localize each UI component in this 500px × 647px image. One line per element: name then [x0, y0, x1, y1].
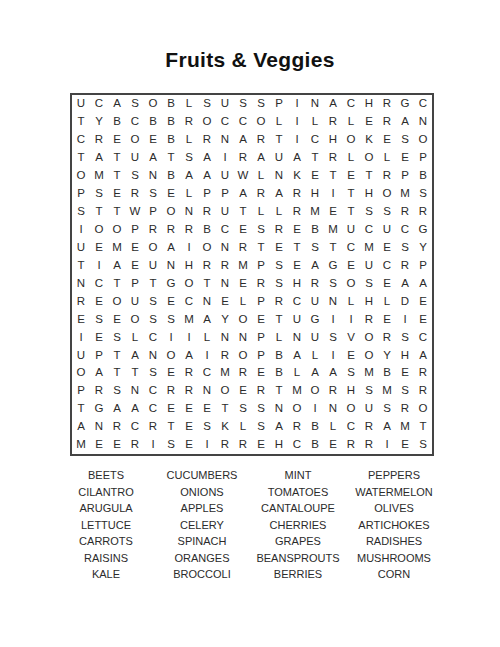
grid-cell[interactable]: L	[342, 292, 360, 310]
grid-cell[interactable]: S	[198, 418, 216, 436]
grid-cell[interactable]: T	[108, 167, 126, 185]
grid-cell[interactable]: N	[216, 239, 234, 257]
grid-cell[interactable]: L	[306, 113, 324, 131]
grid-cell[interactable]: D	[396, 292, 414, 310]
grid-cell[interactable]: A	[396, 113, 414, 131]
grid-cell[interactable]: Y	[414, 239, 432, 257]
grid-cell[interactable]: C	[126, 113, 144, 131]
grid-cell[interactable]: R	[180, 221, 198, 239]
grid-cell[interactable]: N	[216, 328, 234, 346]
grid-cell[interactable]: R	[198, 131, 216, 149]
grid-cell[interactable]: T	[198, 275, 216, 293]
grid-cell[interactable]: A	[324, 364, 342, 382]
grid-cell[interactable]: C	[198, 364, 216, 382]
grid-cell[interactable]: B	[162, 131, 180, 149]
grid-cell[interactable]: N	[414, 113, 432, 131]
grid-cell[interactable]: K	[288, 167, 306, 185]
grid-cell[interactable]: A	[234, 185, 252, 203]
grid-cell[interactable]: U	[72, 346, 90, 364]
grid-cell[interactable]: P	[414, 149, 432, 167]
grid-cell[interactable]: A	[324, 95, 342, 113]
grid-cell[interactable]: R	[396, 400, 414, 418]
grid-cell[interactable]: S	[414, 436, 432, 454]
grid-cell[interactable]: L	[378, 292, 396, 310]
grid-cell[interactable]: S	[72, 203, 90, 221]
grid-cell[interactable]: M	[180, 310, 198, 328]
grid-cell[interactable]: B	[306, 436, 324, 454]
grid-cell[interactable]: M	[306, 203, 324, 221]
grid-cell[interactable]: B	[306, 418, 324, 436]
grid-cell[interactable]: I	[198, 436, 216, 454]
grid-cell[interactable]: T	[216, 400, 234, 418]
grid-cell[interactable]: B	[270, 346, 288, 364]
grid-cell[interactable]: T	[72, 149, 90, 167]
grid-cell[interactable]: L	[126, 328, 144, 346]
grid-cell[interactable]: O	[360, 346, 378, 364]
grid-cell[interactable]: H	[288, 275, 306, 293]
grid-cell[interactable]: R	[288, 203, 306, 221]
grid-cell[interactable]: U	[288, 310, 306, 328]
grid-cell[interactable]: S	[342, 364, 360, 382]
grid-cell[interactable]: V	[342, 328, 360, 346]
grid-cell[interactable]: O	[126, 131, 144, 149]
grid-cell[interactable]: T	[162, 149, 180, 167]
grid-cell[interactable]: N	[270, 167, 288, 185]
grid-cell[interactable]: T	[270, 382, 288, 400]
grid-cell[interactable]: T	[90, 203, 108, 221]
grid-cell[interactable]: R	[252, 382, 270, 400]
grid-cell[interactable]: E	[252, 436, 270, 454]
grid-cell[interactable]: L	[180, 131, 198, 149]
grid-cell[interactable]: R	[144, 418, 162, 436]
grid-cell[interactable]: T	[270, 310, 288, 328]
grid-cell[interactable]: M	[216, 364, 234, 382]
grid-cell[interactable]: R	[414, 203, 432, 221]
grid-cell[interactable]: U	[216, 95, 234, 113]
grid-cell[interactable]: E	[108, 436, 126, 454]
grid-cell[interactable]: O	[144, 95, 162, 113]
grid-cell[interactable]: B	[162, 167, 180, 185]
grid-cell[interactable]: E	[90, 436, 108, 454]
grid-cell[interactable]: E	[324, 203, 342, 221]
grid-cell[interactable]: U	[72, 95, 90, 113]
grid-cell[interactable]: E	[270, 239, 288, 257]
grid-cell[interactable]: P	[144, 203, 162, 221]
grid-cell[interactable]: P	[198, 185, 216, 203]
grid-cell[interactable]: A	[144, 149, 162, 167]
grid-cell[interactable]: T	[324, 239, 342, 257]
grid-cell[interactable]: U	[360, 257, 378, 275]
grid-cell[interactable]: A	[414, 275, 432, 293]
grid-cell[interactable]: T	[108, 149, 126, 167]
grid-cell[interactable]: C	[126, 418, 144, 436]
grid-cell[interactable]: E	[126, 257, 144, 275]
grid-cell[interactable]: S	[144, 310, 162, 328]
grid-cell[interactable]: R	[72, 292, 90, 310]
grid-cell[interactable]: S	[360, 275, 378, 293]
grid-cell[interactable]: E	[162, 364, 180, 382]
grid-cell[interactable]: I	[72, 221, 90, 239]
grid-cell[interactable]: S	[252, 221, 270, 239]
grid-cell[interactable]: E	[342, 257, 360, 275]
grid-cell[interactable]: B	[198, 221, 216, 239]
grid-cell[interactable]: E	[396, 149, 414, 167]
grid-cell[interactable]: R	[252, 131, 270, 149]
grid-cell[interactable]: A	[180, 167, 198, 185]
grid-cell[interactable]: T	[234, 203, 252, 221]
grid-cell[interactable]: N	[180, 203, 198, 221]
grid-cell[interactable]: R	[180, 364, 198, 382]
grid-cell[interactable]: L	[378, 149, 396, 167]
grid-cell[interactable]: C	[342, 95, 360, 113]
grid-cell[interactable]: E	[216, 292, 234, 310]
grid-cell[interactable]: R	[216, 257, 234, 275]
grid-cell[interactable]: L	[270, 113, 288, 131]
grid-cell[interactable]: P	[252, 292, 270, 310]
grid-cell[interactable]: O	[234, 310, 252, 328]
grid-cell[interactable]: E	[414, 292, 432, 310]
grid-cell[interactable]: B	[378, 364, 396, 382]
grid-cell[interactable]: R	[162, 382, 180, 400]
grid-cell[interactable]: R	[252, 185, 270, 203]
grid-cell[interactable]: E	[198, 400, 216, 418]
grid-cell[interactable]: O	[342, 400, 360, 418]
grid-cell[interactable]: N	[72, 275, 90, 293]
grid-cell[interactable]: E	[378, 275, 396, 293]
grid-cell[interactable]: I	[216, 149, 234, 167]
grid-cell[interactable]: B	[162, 95, 180, 113]
grid-cell[interactable]: U	[306, 328, 324, 346]
grid-cell[interactable]: O	[180, 275, 198, 293]
grid-cell[interactable]: R	[90, 131, 108, 149]
grid-cell[interactable]: R	[234, 364, 252, 382]
grid-cell[interactable]: U	[216, 203, 234, 221]
grid-cell[interactable]: A	[108, 257, 126, 275]
grid-cell[interactable]: M	[90, 167, 108, 185]
grid-cell[interactable]: P	[216, 185, 234, 203]
grid-cell[interactable]: A	[198, 149, 216, 167]
grid-cell[interactable]: A	[252, 149, 270, 167]
grid-cell[interactable]: T	[252, 239, 270, 257]
grid-cell[interactable]: R	[414, 382, 432, 400]
grid-cell[interactable]: O	[234, 346, 252, 364]
grid-cell[interactable]: E	[234, 221, 252, 239]
grid-cell[interactable]: S	[144, 292, 162, 310]
grid-cell[interactable]: T	[342, 203, 360, 221]
grid-cell[interactable]: I	[180, 328, 198, 346]
grid-cell[interactable]: E	[324, 436, 342, 454]
grid-cell[interactable]: R	[234, 239, 252, 257]
grid-cell[interactable]: E	[396, 436, 414, 454]
grid-cell[interactable]: A	[126, 346, 144, 364]
grid-cell[interactable]: G	[324, 257, 342, 275]
grid-cell[interactable]: R	[126, 185, 144, 203]
grid-cell[interactable]: S	[126, 95, 144, 113]
grid-cell[interactable]: I	[342, 310, 360, 328]
grid-cell[interactable]: A	[126, 400, 144, 418]
grid-cell[interactable]: R	[90, 382, 108, 400]
grid-cell[interactable]: T	[126, 364, 144, 382]
grid-cell[interactable]: E	[378, 310, 396, 328]
grid-cell[interactable]: P	[72, 382, 90, 400]
grid-cell[interactable]: E	[180, 418, 198, 436]
grid-cell[interactable]: A	[288, 149, 306, 167]
grid-cell[interactable]: S	[324, 275, 342, 293]
grid-cell[interactable]: S	[144, 185, 162, 203]
grid-cell[interactable]: R	[324, 149, 342, 167]
grid-cell[interactable]: L	[180, 185, 198, 203]
grid-cell[interactable]: R	[180, 113, 198, 131]
grid-cell[interactable]: N	[144, 167, 162, 185]
grid-cell[interactable]: T	[342, 185, 360, 203]
grid-cell[interactable]: R	[324, 382, 342, 400]
grid-cell[interactable]: E	[288, 221, 306, 239]
grid-cell[interactable]: O	[306, 382, 324, 400]
grid-cell[interactable]: T	[414, 418, 432, 436]
grid-cell[interactable]: R	[396, 203, 414, 221]
grid-cell[interactable]: S	[198, 95, 216, 113]
grid-cell[interactable]: N	[126, 382, 144, 400]
grid-cell[interactable]: P	[126, 221, 144, 239]
grid-cell[interactable]: C	[144, 328, 162, 346]
grid-cell[interactable]: I	[180, 239, 198, 257]
grid-cell[interactable]: E	[144, 131, 162, 149]
grid-cell[interactable]: O	[198, 113, 216, 131]
grid-cell[interactable]: N	[198, 382, 216, 400]
grid-cell[interactable]: S	[378, 203, 396, 221]
grid-cell[interactable]: C	[144, 382, 162, 400]
grid-cell[interactable]: T	[108, 346, 126, 364]
grid-cell[interactable]: O	[342, 275, 360, 293]
grid-cell[interactable]: O	[162, 346, 180, 364]
grid-cell[interactable]: R	[288, 185, 306, 203]
grid-cell[interactable]: A	[90, 364, 108, 382]
grid-cell[interactable]: C	[414, 328, 432, 346]
grid-cell[interactable]: R	[378, 167, 396, 185]
grid-cell[interactable]: H	[180, 257, 198, 275]
grid-cell[interactable]: C	[216, 113, 234, 131]
grid-cell[interactable]: E	[252, 364, 270, 382]
grid-cell[interactable]: R	[216, 346, 234, 364]
grid-cell[interactable]: O	[198, 239, 216, 257]
grid-cell[interactable]: U	[306, 292, 324, 310]
grid-cell[interactable]: R	[360, 436, 378, 454]
grid-cell[interactable]: O	[72, 167, 90, 185]
grid-cell[interactable]: O	[288, 400, 306, 418]
grid-cell[interactable]: U	[342, 221, 360, 239]
grid-cell[interactable]: R	[270, 221, 288, 239]
grid-cell[interactable]: O	[414, 131, 432, 149]
grid-cell[interactable]: R	[396, 257, 414, 275]
grid-cell[interactable]: O	[360, 149, 378, 167]
grid-cell[interactable]: E	[306, 167, 324, 185]
grid-cell[interactable]: A	[378, 418, 396, 436]
grid-cell[interactable]: U	[126, 149, 144, 167]
grid-cell[interactable]: E	[90, 328, 108, 346]
grid-cell[interactable]: O	[126, 310, 144, 328]
grid-cell[interactable]: T	[144, 275, 162, 293]
grid-cell[interactable]: L	[324, 418, 342, 436]
grid-cell[interactable]: M	[72, 436, 90, 454]
grid-cell[interactable]: S	[144, 364, 162, 382]
grid-cell[interactable]: S	[108, 382, 126, 400]
grid-cell[interactable]: K	[360, 131, 378, 149]
grid-cell[interactable]: E	[108, 310, 126, 328]
grid-cell[interactable]: N	[306, 95, 324, 113]
grid-cell[interactable]: H	[324, 131, 342, 149]
grid-cell[interactable]: S	[252, 418, 270, 436]
grid-cell[interactable]: R	[198, 257, 216, 275]
grid-cell[interactable]: M	[108, 239, 126, 257]
grid-cell[interactable]: L	[306, 346, 324, 364]
grid-cell[interactable]: S	[396, 131, 414, 149]
grid-cell[interactable]: H	[360, 185, 378, 203]
grid-cell[interactable]: W	[234, 167, 252, 185]
grid-cell[interactable]: I	[378, 436, 396, 454]
grid-cell[interactable]: R	[234, 436, 252, 454]
grid-cell[interactable]: B	[306, 221, 324, 239]
grid-cell[interactable]: O	[108, 292, 126, 310]
grid-cell[interactable]: I	[198, 346, 216, 364]
grid-cell[interactable]: C	[306, 131, 324, 149]
grid-cell[interactable]: U	[270, 149, 288, 167]
grid-cell[interactable]: T	[324, 167, 342, 185]
grid-cell[interactable]: P	[396, 167, 414, 185]
grid-cell[interactable]: E	[252, 310, 270, 328]
grid-cell[interactable]: C	[414, 95, 432, 113]
grid-cell[interactable]: N	[144, 346, 162, 364]
grid-cell[interactable]: T	[108, 275, 126, 293]
grid-cell[interactable]: O	[108, 221, 126, 239]
grid-cell[interactable]: W	[126, 203, 144, 221]
grid-cell[interactable]: T	[72, 400, 90, 418]
grid-cell[interactable]: A	[396, 275, 414, 293]
grid-cell[interactable]: P	[252, 346, 270, 364]
grid-cell[interactable]: A	[234, 131, 252, 149]
grid-cell[interactable]: A	[108, 95, 126, 113]
grid-cell[interactable]: B	[108, 113, 126, 131]
grid-cell[interactable]: C	[90, 95, 108, 113]
grid-cell[interactable]: T	[162, 418, 180, 436]
grid-cell[interactable]: O	[90, 221, 108, 239]
grid-cell[interactable]: M	[378, 382, 396, 400]
grid-cell[interactable]: E	[234, 382, 252, 400]
grid-cell[interactable]: P	[72, 185, 90, 203]
grid-cell[interactable]: L	[342, 113, 360, 131]
grid-cell[interactable]: S	[180, 149, 198, 167]
grid-cell[interactable]: I	[90, 257, 108, 275]
grid-cell[interactable]: R	[198, 203, 216, 221]
grid-cell[interactable]: S	[234, 400, 252, 418]
grid-cell[interactable]: S	[360, 203, 378, 221]
grid-cell[interactable]: M	[288, 382, 306, 400]
grid-cell[interactable]: E	[234, 275, 252, 293]
grid-cell[interactable]: E	[342, 346, 360, 364]
grid-cell[interactable]: A	[162, 239, 180, 257]
grid-cell[interactable]: S	[234, 95, 252, 113]
grid-cell[interactable]: I	[324, 310, 342, 328]
grid-cell[interactable]: S	[378, 400, 396, 418]
grid-cell[interactable]: L	[252, 167, 270, 185]
grid-cell[interactable]: H	[342, 382, 360, 400]
grid-cell[interactable]: L	[198, 328, 216, 346]
grid-cell[interactable]: M	[360, 239, 378, 257]
grid-cell[interactable]: C	[180, 292, 198, 310]
grid-cell[interactable]: G	[90, 400, 108, 418]
grid-cell[interactable]: M	[396, 418, 414, 436]
grid-cell[interactable]: M	[234, 257, 252, 275]
grid-cell[interactable]: U	[72, 239, 90, 257]
grid-cell[interactable]: B	[414, 167, 432, 185]
grid-cell[interactable]: E	[378, 239, 396, 257]
grid-cell[interactable]: C	[288, 436, 306, 454]
grid-cell[interactable]: E	[90, 292, 108, 310]
grid-cell[interactable]: U	[126, 292, 144, 310]
grid-cell[interactable]: P	[252, 257, 270, 275]
grid-cell[interactable]: R	[162, 221, 180, 239]
grid-cell[interactable]: S	[270, 275, 288, 293]
grid-cell[interactable]: A	[72, 418, 90, 436]
grid-cell[interactable]: I	[396, 310, 414, 328]
grid-cell[interactable]: O	[252, 113, 270, 131]
grid-cell[interactable]: S	[252, 95, 270, 113]
grid-cell[interactable]: S	[324, 328, 342, 346]
grid-cell[interactable]: A	[306, 257, 324, 275]
grid-cell[interactable]: S	[126, 167, 144, 185]
grid-cell[interactable]: L	[270, 203, 288, 221]
grid-cell[interactable]: O	[342, 131, 360, 149]
grid-cell[interactable]: R	[360, 310, 378, 328]
grid-cell[interactable]: I	[288, 95, 306, 113]
grid-cell[interactable]: A	[108, 400, 126, 418]
grid-cell[interactable]: R	[144, 221, 162, 239]
grid-cell[interactable]: I	[288, 113, 306, 131]
grid-cell[interactable]: A	[198, 310, 216, 328]
grid-cell[interactable]: E	[288, 257, 306, 275]
grid-cell[interactable]: L	[288, 364, 306, 382]
grid-cell[interactable]: C	[342, 239, 360, 257]
grid-cell[interactable]: A	[90, 149, 108, 167]
grid-cell[interactable]: O	[216, 382, 234, 400]
grid-cell[interactable]: I	[162, 328, 180, 346]
grid-cell[interactable]: E	[360, 113, 378, 131]
grid-cell[interactable]: N	[234, 328, 252, 346]
grid-cell[interactable]: S	[414, 185, 432, 203]
grid-cell[interactable]: U	[216, 167, 234, 185]
grid-cell[interactable]: A	[180, 346, 198, 364]
grid-cell[interactable]: Y	[378, 346, 396, 364]
grid-cell[interactable]: E	[378, 131, 396, 149]
grid-cell[interactable]: L	[234, 292, 252, 310]
grid-cell[interactable]: R	[270, 292, 288, 310]
grid-cell[interactable]: T	[72, 257, 90, 275]
grid-cell[interactable]: C	[378, 257, 396, 275]
grid-cell[interactable]: O	[378, 185, 396, 203]
grid-cell[interactable]: M	[396, 185, 414, 203]
grid-cell[interactable]: S	[90, 185, 108, 203]
grid-cell[interactable]: I	[288, 131, 306, 149]
grid-cell[interactable]: U	[360, 400, 378, 418]
grid-cell[interactable]: L	[234, 418, 252, 436]
grid-cell[interactable]: M	[360, 364, 378, 382]
grid-cell[interactable]: E	[342, 167, 360, 185]
grid-cell[interactable]: N	[162, 257, 180, 275]
grid-cell[interactable]: E	[162, 400, 180, 418]
grid-cell[interactable]: R	[234, 149, 252, 167]
grid-cell[interactable]: L	[270, 328, 288, 346]
grid-cell[interactable]: R	[324, 113, 342, 131]
grid-cell[interactable]: C	[342, 418, 360, 436]
